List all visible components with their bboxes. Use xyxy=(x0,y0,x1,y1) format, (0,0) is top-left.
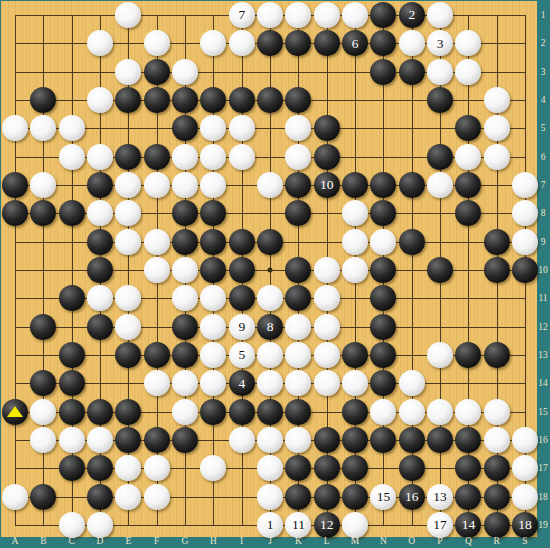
white-stone[interactable] xyxy=(200,30,226,56)
white-stone[interactable] xyxy=(285,427,311,453)
intersection-H3[interactable] xyxy=(199,58,227,86)
black-stone[interactable]: 12 xyxy=(314,512,340,538)
black-stone[interactable] xyxy=(314,455,340,481)
intersection-E16[interactable] xyxy=(114,426,142,454)
intersection-G10[interactable] xyxy=(171,256,199,284)
intersection-P17[interactable] xyxy=(426,454,454,482)
intersection-S3[interactable] xyxy=(511,58,539,86)
black-stone[interactable] xyxy=(229,257,255,283)
intersection-I11[interactable] xyxy=(228,284,256,312)
intersection-H18[interactable] xyxy=(199,483,227,511)
white-stone[interactable] xyxy=(144,455,170,481)
intersection-N17[interactable] xyxy=(369,454,397,482)
intersection-E14[interactable] xyxy=(114,369,142,397)
intersection-A11[interactable] xyxy=(1,284,29,312)
intersection-M8[interactable] xyxy=(341,199,369,227)
intersection-G14[interactable] xyxy=(171,369,199,397)
white-stone[interactable]: 5 xyxy=(229,342,255,368)
intersection-M3[interactable] xyxy=(341,58,369,86)
intersection-P9[interactable] xyxy=(426,228,454,256)
intersection-I14[interactable]: 4 xyxy=(228,369,256,397)
intersection-B14[interactable] xyxy=(29,369,57,397)
intersection-G15[interactable] xyxy=(171,398,199,426)
black-stone[interactable] xyxy=(427,87,453,113)
intersection-K17[interactable] xyxy=(284,454,312,482)
intersection-E17[interactable] xyxy=(114,454,142,482)
intersection-N9[interactable] xyxy=(369,228,397,256)
intersection-B13[interactable] xyxy=(29,341,57,369)
intersection-G12[interactable] xyxy=(171,313,199,341)
intersection-K3[interactable] xyxy=(284,58,312,86)
intersection-O11[interactable] xyxy=(398,284,426,312)
white-stone[interactable]: 11 xyxy=(285,512,311,538)
intersection-H11[interactable] xyxy=(199,284,227,312)
intersection-J16[interactable] xyxy=(256,426,284,454)
intersection-K7[interactable] xyxy=(284,171,312,199)
intersection-O14[interactable] xyxy=(398,369,426,397)
intersection-S18[interactable] xyxy=(511,483,539,511)
intersection-B16[interactable] xyxy=(29,426,57,454)
black-stone[interactable] xyxy=(285,399,311,425)
white-stone[interactable] xyxy=(115,484,141,510)
white-stone[interactable] xyxy=(484,399,510,425)
intersection-R13[interactable] xyxy=(483,341,511,369)
intersection-F17[interactable] xyxy=(143,454,171,482)
intersection-I3[interactable] xyxy=(228,58,256,86)
intersection-L2[interactable] xyxy=(313,29,341,57)
black-stone[interactable] xyxy=(285,455,311,481)
intersection-M10[interactable] xyxy=(341,256,369,284)
intersection-J12[interactable]: 8 xyxy=(256,313,284,341)
intersection-M5[interactable] xyxy=(341,114,369,142)
white-stone[interactable] xyxy=(342,512,368,538)
white-stone[interactable]: 17 xyxy=(427,512,453,538)
black-stone[interactable] xyxy=(200,399,226,425)
white-stone[interactable] xyxy=(172,172,198,198)
black-stone[interactable] xyxy=(342,342,368,368)
intersection-F5[interactable] xyxy=(143,114,171,142)
intersection-G7[interactable] xyxy=(171,171,199,199)
intersection-H10[interactable] xyxy=(199,256,227,284)
white-stone[interactable] xyxy=(200,172,226,198)
black-stone[interactable]: 8 xyxy=(257,314,283,340)
black-stone[interactable] xyxy=(285,200,311,226)
intersection-O8[interactable] xyxy=(398,199,426,227)
white-stone[interactable] xyxy=(427,172,453,198)
intersection-D10[interactable] xyxy=(86,256,114,284)
intersection-F1[interactable] xyxy=(143,1,171,29)
intersection-Q7[interactable] xyxy=(454,171,482,199)
intersection-A15[interactable] xyxy=(1,398,29,426)
intersection-S8[interactable] xyxy=(511,199,539,227)
white-stone[interactable] xyxy=(200,455,226,481)
intersection-I12[interactable]: 9 xyxy=(228,313,256,341)
intersection-M1[interactable] xyxy=(341,1,369,29)
white-stone[interactable] xyxy=(200,342,226,368)
black-stone[interactable] xyxy=(200,87,226,113)
intersection-D17[interactable] xyxy=(86,454,114,482)
intersection-H19[interactable] xyxy=(199,511,227,539)
intersection-N11[interactable] xyxy=(369,284,397,312)
intersection-I7[interactable] xyxy=(228,171,256,199)
intersection-S6[interactable] xyxy=(511,143,539,171)
intersection-R19[interactable] xyxy=(483,511,511,539)
black-stone[interactable] xyxy=(314,427,340,453)
white-stone[interactable] xyxy=(342,2,368,28)
black-stone[interactable] xyxy=(59,342,85,368)
intersection-L8[interactable] xyxy=(313,199,341,227)
intersection-I6[interactable] xyxy=(228,143,256,171)
intersection-A18[interactable] xyxy=(1,483,29,511)
intersection-D6[interactable] xyxy=(86,143,114,171)
intersection-K4[interactable] xyxy=(284,86,312,114)
black-stone[interactable] xyxy=(370,370,396,396)
black-stone[interactable] xyxy=(87,399,113,425)
intersection-P1[interactable] xyxy=(426,1,454,29)
intersection-N1[interactable] xyxy=(369,1,397,29)
intersection-D3[interactable] xyxy=(86,58,114,86)
intersection-I13[interactable]: 5 xyxy=(228,341,256,369)
black-stone[interactable] xyxy=(484,512,510,538)
black-stone[interactable] xyxy=(30,200,56,226)
white-stone[interactable] xyxy=(144,257,170,283)
intersection-K9[interactable] xyxy=(284,228,312,256)
intersection-Q9[interactable] xyxy=(454,228,482,256)
intersection-A8[interactable] xyxy=(1,199,29,227)
intersection-M11[interactable] xyxy=(341,284,369,312)
black-stone[interactable] xyxy=(285,257,311,283)
white-stone[interactable] xyxy=(314,257,340,283)
intersection-J5[interactable] xyxy=(256,114,284,142)
white-stone[interactable] xyxy=(455,399,481,425)
white-stone[interactable] xyxy=(257,2,283,28)
white-stone[interactable] xyxy=(172,144,198,170)
intersection-L3[interactable] xyxy=(313,58,341,86)
intersection-R8[interactable] xyxy=(483,199,511,227)
intersection-S12[interactable] xyxy=(511,313,539,341)
intersection-A4[interactable] xyxy=(1,86,29,114)
intersection-H15[interactable] xyxy=(199,398,227,426)
intersection-R14[interactable] xyxy=(483,369,511,397)
intersection-D15[interactable] xyxy=(86,398,114,426)
intersection-F16[interactable] xyxy=(143,426,171,454)
intersection-P3[interactable] xyxy=(426,58,454,86)
black-stone[interactable] xyxy=(399,455,425,481)
intersection-Q6[interactable] xyxy=(454,143,482,171)
black-stone[interactable] xyxy=(427,144,453,170)
intersection-C12[interactable] xyxy=(58,313,86,341)
intersection-N5[interactable] xyxy=(369,114,397,142)
intersection-I9[interactable] xyxy=(228,228,256,256)
intersection-B10[interactable] xyxy=(29,256,57,284)
intersection-K16[interactable] xyxy=(284,426,312,454)
black-stone[interactable] xyxy=(455,427,481,453)
black-stone[interactable] xyxy=(87,172,113,198)
intersection-I17[interactable] xyxy=(228,454,256,482)
intersection-I8[interactable] xyxy=(228,199,256,227)
intersection-A3[interactable] xyxy=(1,58,29,86)
white-stone[interactable] xyxy=(484,87,510,113)
black-stone[interactable] xyxy=(370,30,396,56)
intersection-N13[interactable] xyxy=(369,341,397,369)
intersection-K8[interactable] xyxy=(284,199,312,227)
intersection-H8[interactable] xyxy=(199,199,227,227)
white-stone[interactable] xyxy=(512,484,538,510)
white-stone[interactable] xyxy=(484,427,510,453)
intersection-L13[interactable] xyxy=(313,341,341,369)
intersection-A2[interactable] xyxy=(1,29,29,57)
intersection-G9[interactable] xyxy=(171,228,199,256)
intersection-K2[interactable] xyxy=(284,29,312,57)
white-stone[interactable] xyxy=(484,144,510,170)
intersection-C4[interactable] xyxy=(58,86,86,114)
intersection-D11[interactable] xyxy=(86,284,114,312)
black-stone[interactable] xyxy=(399,59,425,85)
black-stone[interactable] xyxy=(342,399,368,425)
intersection-I10[interactable] xyxy=(228,256,256,284)
white-stone[interactable]: 1 xyxy=(257,512,283,538)
white-stone[interactable] xyxy=(285,115,311,141)
intersection-O12[interactable] xyxy=(398,313,426,341)
white-stone[interactable] xyxy=(257,172,283,198)
intersection-R6[interactable] xyxy=(483,143,511,171)
black-stone[interactable] xyxy=(285,172,311,198)
black-stone[interactable] xyxy=(59,455,85,481)
black-stone[interactable] xyxy=(30,87,56,113)
black-stone[interactable] xyxy=(172,87,198,113)
white-stone[interactable] xyxy=(314,285,340,311)
intersection-A19[interactable] xyxy=(1,511,29,539)
black-stone[interactable] xyxy=(59,370,85,396)
white-stone[interactable] xyxy=(455,30,481,56)
intersection-C7[interactable] xyxy=(58,171,86,199)
intersection-O18[interactable]: 16 xyxy=(398,483,426,511)
intersection-Q4[interactable] xyxy=(454,86,482,114)
black-stone[interactable] xyxy=(427,257,453,283)
white-stone[interactable] xyxy=(115,314,141,340)
intersection-A12[interactable] xyxy=(1,313,29,341)
intersection-C3[interactable] xyxy=(58,58,86,86)
intersection-S4[interactable] xyxy=(511,86,539,114)
black-stone[interactable] xyxy=(30,484,56,510)
intersection-O10[interactable] xyxy=(398,256,426,284)
white-stone[interactable] xyxy=(115,229,141,255)
intersection-P18[interactable]: 13 xyxy=(426,483,454,511)
intersection-C15[interactable] xyxy=(58,398,86,426)
intersection-N7[interactable] xyxy=(369,171,397,199)
white-stone[interactable] xyxy=(427,342,453,368)
intersection-L10[interactable] xyxy=(313,256,341,284)
white-stone[interactable] xyxy=(200,115,226,141)
intersection-D9[interactable] xyxy=(86,228,114,256)
white-stone[interactable] xyxy=(87,30,113,56)
intersection-L12[interactable] xyxy=(313,313,341,341)
black-stone[interactable] xyxy=(87,314,113,340)
black-stone[interactable] xyxy=(484,484,510,510)
intersection-S13[interactable] xyxy=(511,341,539,369)
intersection-R5[interactable] xyxy=(483,114,511,142)
white-stone[interactable] xyxy=(285,144,311,170)
intersection-S15[interactable] xyxy=(511,398,539,426)
white-stone[interactable] xyxy=(2,484,28,510)
intersection-A5[interactable] xyxy=(1,114,29,142)
intersection-P12[interactable] xyxy=(426,313,454,341)
intersection-J17[interactable] xyxy=(256,454,284,482)
intersection-I16[interactable] xyxy=(228,426,256,454)
intersection-R9[interactable] xyxy=(483,228,511,256)
intersection-K6[interactable] xyxy=(284,143,312,171)
white-stone[interactable] xyxy=(115,455,141,481)
intersection-F2[interactable] xyxy=(143,29,171,57)
intersection-Q12[interactable] xyxy=(454,313,482,341)
intersection-P11[interactable] xyxy=(426,284,454,312)
white-stone[interactable] xyxy=(314,2,340,28)
black-stone[interactable] xyxy=(455,115,481,141)
intersection-P14[interactable] xyxy=(426,369,454,397)
white-stone[interactable] xyxy=(87,144,113,170)
intersection-F10[interactable] xyxy=(143,256,171,284)
intersection-E12[interactable] xyxy=(114,313,142,341)
intersection-S5[interactable] xyxy=(511,114,539,142)
white-stone[interactable]: 7 xyxy=(229,2,255,28)
black-stone[interactable] xyxy=(342,455,368,481)
intersection-F18[interactable] xyxy=(143,483,171,511)
intersection-N8[interactable] xyxy=(369,199,397,227)
intersection-H1[interactable] xyxy=(199,1,227,29)
black-stone[interactable]: 18 xyxy=(512,512,538,538)
white-stone[interactable] xyxy=(30,115,56,141)
black-stone[interactable] xyxy=(455,484,481,510)
black-stone[interactable] xyxy=(455,342,481,368)
intersection-S14[interactable] xyxy=(511,369,539,397)
white-stone[interactable] xyxy=(229,30,255,56)
white-stone[interactable] xyxy=(512,455,538,481)
black-stone[interactable] xyxy=(342,484,368,510)
intersection-A9[interactable] xyxy=(1,228,29,256)
intersection-D4[interactable] xyxy=(86,86,114,114)
black-stone[interactable] xyxy=(285,30,311,56)
white-stone[interactable] xyxy=(257,285,283,311)
intersection-B5[interactable] xyxy=(29,114,57,142)
intersection-S16[interactable] xyxy=(511,426,539,454)
intersection-E9[interactable] xyxy=(114,228,142,256)
intersection-N12[interactable] xyxy=(369,313,397,341)
intersection-G8[interactable] xyxy=(171,199,199,227)
intersection-K11[interactable] xyxy=(284,284,312,312)
intersection-N19[interactable] xyxy=(369,511,397,539)
black-stone[interactable] xyxy=(370,342,396,368)
intersection-I5[interactable] xyxy=(228,114,256,142)
intersection-M18[interactable] xyxy=(341,483,369,511)
white-stone[interactable] xyxy=(59,144,85,170)
black-stone[interactable] xyxy=(200,257,226,283)
white-stone[interactable] xyxy=(172,370,198,396)
intersection-D14[interactable] xyxy=(86,369,114,397)
white-stone[interactable] xyxy=(115,172,141,198)
intersection-L14[interactable] xyxy=(313,369,341,397)
intersection-J9[interactable] xyxy=(256,228,284,256)
intersection-N18[interactable]: 15 xyxy=(369,483,397,511)
intersection-J1[interactable] xyxy=(256,1,284,29)
intersection-C19[interactable] xyxy=(58,511,86,539)
intersection-C18[interactable] xyxy=(58,483,86,511)
intersection-K19[interactable]: 11 xyxy=(284,511,312,539)
intersection-R4[interactable] xyxy=(483,86,511,114)
intersection-P13[interactable] xyxy=(426,341,454,369)
intersection-F7[interactable] xyxy=(143,171,171,199)
black-stone[interactable] xyxy=(455,200,481,226)
intersection-C8[interactable] xyxy=(58,199,86,227)
intersection-A1[interactable] xyxy=(1,1,29,29)
white-stone[interactable] xyxy=(87,285,113,311)
intersection-Q8[interactable] xyxy=(454,199,482,227)
black-stone[interactable] xyxy=(59,200,85,226)
intersection-S19[interactable]: 18 xyxy=(511,511,539,539)
intersection-G6[interactable] xyxy=(171,143,199,171)
intersection-J19[interactable]: 1 xyxy=(256,511,284,539)
black-stone[interactable] xyxy=(59,285,85,311)
black-stone[interactable] xyxy=(144,87,170,113)
white-stone[interactable] xyxy=(399,370,425,396)
intersection-L5[interactable] xyxy=(313,114,341,142)
intersection-B11[interactable] xyxy=(29,284,57,312)
intersection-Q1[interactable] xyxy=(454,1,482,29)
white-stone[interactable] xyxy=(512,200,538,226)
intersection-C17[interactable] xyxy=(58,454,86,482)
black-stone[interactable] xyxy=(342,172,368,198)
intersection-B8[interactable] xyxy=(29,199,57,227)
white-stone[interactable] xyxy=(399,30,425,56)
intersection-D18[interactable] xyxy=(86,483,114,511)
intersection-S1[interactable] xyxy=(511,1,539,29)
black-stone[interactable] xyxy=(172,229,198,255)
white-stone[interactable] xyxy=(87,427,113,453)
white-stone[interactable]: 13 xyxy=(427,484,453,510)
intersection-K15[interactable] xyxy=(284,398,312,426)
black-stone[interactable]: 6 xyxy=(342,30,368,56)
intersection-H6[interactable] xyxy=(199,143,227,171)
intersection-O4[interactable] xyxy=(398,86,426,114)
intersection-M19[interactable] xyxy=(341,511,369,539)
white-stone[interactable] xyxy=(257,427,283,453)
intersection-I1[interactable]: 7 xyxy=(228,1,256,29)
intersection-D7[interactable] xyxy=(86,171,114,199)
white-stone[interactable] xyxy=(257,455,283,481)
intersection-K14[interactable] xyxy=(284,369,312,397)
white-stone[interactable] xyxy=(144,484,170,510)
black-stone[interactable] xyxy=(229,229,255,255)
intersection-J11[interactable] xyxy=(256,284,284,312)
intersection-J13[interactable] xyxy=(256,341,284,369)
intersection-Q10[interactable] xyxy=(454,256,482,284)
black-stone[interactable] xyxy=(2,172,28,198)
intersection-Q11[interactable] xyxy=(454,284,482,312)
white-stone[interactable] xyxy=(30,427,56,453)
white-stone[interactable] xyxy=(229,144,255,170)
intersection-S9[interactable] xyxy=(511,228,539,256)
intersection-E19[interactable] xyxy=(114,511,142,539)
intersection-G19[interactable] xyxy=(171,511,199,539)
intersection-G4[interactable] xyxy=(171,86,199,114)
black-stone[interactable] xyxy=(314,30,340,56)
black-stone[interactable] xyxy=(144,59,170,85)
intersection-B17[interactable] xyxy=(29,454,57,482)
intersection-F6[interactable] xyxy=(143,143,171,171)
intersection-L7[interactable]: 10 xyxy=(313,171,341,199)
intersection-D2[interactable] xyxy=(86,29,114,57)
intersection-O7[interactable] xyxy=(398,171,426,199)
intersection-M4[interactable] xyxy=(341,86,369,114)
